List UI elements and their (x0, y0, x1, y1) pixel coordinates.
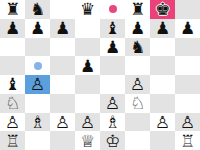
square-d6[interactable] (75, 38, 100, 57)
square-b1[interactable] (25, 131, 50, 150)
square-g8[interactable]: ♚ (150, 0, 175, 19)
square-d5[interactable]: ♟ (75, 56, 100, 75)
white-pawn[interactable]: ♙ (30, 75, 45, 93)
square-f3[interactable]: ♘ (125, 94, 150, 113)
square-e1[interactable]: ♔ (100, 131, 125, 150)
white-rook[interactable]: ♖ (180, 132, 195, 150)
square-b3[interactable] (25, 94, 50, 113)
square-h4[interactable] (175, 75, 200, 94)
white-pawn[interactable]: ♙ (5, 113, 20, 131)
square-d3[interactable] (75, 94, 100, 113)
square-h1[interactable]: ♖ (175, 131, 200, 150)
square-f1[interactable] (125, 131, 150, 150)
black-rook[interactable]: ♜ (130, 0, 145, 18)
black-pawn[interactable]: ♟ (155, 19, 170, 37)
square-d4[interactable] (75, 75, 100, 94)
black-bishop[interactable]: ♝ (105, 19, 120, 37)
square-g6[interactable] (150, 38, 175, 57)
square-c1[interactable] (50, 131, 75, 150)
white-knight[interactable]: ♘ (130, 94, 145, 112)
square-g4[interactable] (150, 75, 175, 94)
white-bishop[interactable]: ♗ (30, 113, 45, 131)
square-e8[interactable] (100, 0, 125, 19)
white-pawn[interactable]: ♙ (155, 113, 170, 131)
square-c5[interactable] (50, 56, 75, 75)
legal-move-dot[interactable] (34, 62, 42, 70)
square-a7[interactable]: ♟ (0, 19, 25, 38)
black-pawn[interactable]: ♟ (130, 19, 145, 37)
black-king[interactable]: ♚ (155, 0, 170, 18)
square-a3[interactable]: ♘ (0, 94, 25, 113)
square-a5[interactable] (0, 56, 25, 75)
white-pawn[interactable]: ♙ (180, 113, 195, 131)
black-pawn[interactable]: ♟ (105, 38, 120, 56)
square-a2[interactable]: ♙ (0, 113, 25, 132)
square-a6[interactable] (0, 38, 25, 57)
white-king[interactable]: ♔ (105, 132, 120, 150)
square-g5[interactable] (150, 56, 175, 75)
square-b4[interactable]: ♙ (25, 75, 50, 94)
white-knight[interactable]: ♘ (5, 94, 20, 112)
square-h6[interactable] (175, 38, 200, 57)
black-queen[interactable]: ♛ (80, 0, 95, 18)
square-e2[interactable]: ♗ (100, 113, 125, 132)
black-pawn[interactable]: ♟ (180, 19, 195, 37)
square-g2[interactable]: ♙ (150, 113, 175, 132)
square-f8[interactable]: ♜ (125, 0, 150, 19)
black-pawn[interactable]: ♟ (30, 19, 45, 37)
square-b7[interactable]: ♟ (25, 19, 50, 38)
black-knight[interactable]: ♞ (130, 38, 145, 56)
square-f2[interactable] (125, 113, 150, 132)
white-rook[interactable]: ♖ (5, 132, 20, 150)
square-a1[interactable]: ♖ (0, 131, 25, 150)
square-d1[interactable]: ♕ (75, 131, 100, 150)
square-d2[interactable]: ♙ (75, 113, 100, 132)
square-f7[interactable]: ♟ (125, 19, 150, 38)
square-f5[interactable] (125, 56, 150, 75)
square-e6[interactable]: ♟ (100, 38, 125, 57)
white-pawn[interactable]: ♙ (80, 113, 95, 131)
square-h8[interactable] (175, 0, 200, 19)
square-h2[interactable]: ♙ (175, 113, 200, 132)
square-c8[interactable] (50, 0, 75, 19)
white-pawn[interactable]: ♙ (130, 75, 145, 93)
square-g7[interactable]: ♟ (150, 19, 175, 38)
white-queen[interactable]: ♕ (80, 132, 95, 150)
square-c2[interactable]: ♙ (50, 113, 75, 132)
square-a8[interactable]: ♜ (0, 0, 25, 19)
black-pawn[interactable]: ♟ (5, 19, 20, 37)
white-pawn[interactable]: ♙ (105, 94, 120, 112)
black-bishop[interactable]: ♝ (5, 75, 20, 93)
square-f6[interactable]: ♞ (125, 38, 150, 57)
square-c6[interactable] (50, 38, 75, 57)
square-c3[interactable] (50, 94, 75, 113)
square-e5[interactable] (100, 56, 125, 75)
square-h5[interactable] (175, 56, 200, 75)
black-pawn[interactable]: ♟ (80, 57, 95, 75)
square-e3[interactable]: ♙ (100, 94, 125, 113)
square-d8[interactable]: ♛ (75, 0, 100, 19)
square-b8[interactable]: ♞ (25, 0, 50, 19)
square-b6[interactable] (25, 38, 50, 57)
square-e7[interactable]: ♝ (100, 19, 125, 38)
square-c7[interactable]: ♟ (50, 19, 75, 38)
black-knight[interactable]: ♞ (30, 0, 45, 18)
square-g1[interactable] (150, 131, 175, 150)
white-bishop[interactable]: ♗ (105, 113, 120, 131)
square-b2[interactable]: ♗ (25, 113, 50, 132)
square-c4[interactable] (50, 75, 75, 94)
black-rook[interactable]: ♜ (5, 0, 20, 18)
square-d7[interactable] (75, 19, 100, 38)
last-move-origin-dot[interactable] (109, 5, 117, 13)
black-pawn[interactable]: ♟ (55, 19, 70, 37)
square-g3[interactable] (150, 94, 175, 113)
square-b5[interactable] (25, 56, 50, 75)
square-h3[interactable] (175, 94, 200, 113)
square-f4[interactable]: ♙ (125, 75, 150, 94)
white-pawn[interactable]: ♙ (55, 113, 70, 131)
square-h7[interactable]: ♟ (175, 19, 200, 38)
square-e4[interactable] (100, 75, 125, 94)
square-a4[interactable]: ♝ (0, 75, 25, 94)
chess-board: ♜♞♛♜♚♟♟♟♝♟♟♟♟♞♟♝♙♙♘♙♘♙♗♙♙♗♙♙♖♕♔♖ (0, 0, 200, 150)
